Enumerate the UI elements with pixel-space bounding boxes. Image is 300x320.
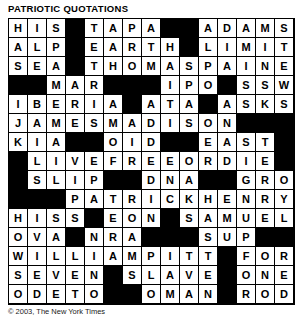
grid-cell-r7c14[interactable]: T [256,133,275,152]
grid-cell-r2c13[interactable]: M [237,38,256,57]
grid-cell-r10c13[interactable]: N [237,190,256,209]
grid-cell-r14c5[interactable]: N [85,266,104,285]
grid-cell-r10c9[interactable]: C [161,190,180,209]
grid-cell-r5c12[interactable]: A [218,95,237,114]
grid-cell-r3c15[interactable]: E [275,57,294,76]
block-cell-r15c6 [104,285,123,304]
grid-cell-r1c12[interactable]: D [218,19,237,38]
grid-cell-r15c9[interactable]: M [161,285,180,304]
grid-cell-r6c1[interactable]: J [9,114,28,133]
grid-cell-r1c5[interactable]: T [85,19,104,38]
grid-cell-r15c10[interactable]: A [180,285,199,304]
grid-cell-r2c11[interactable]: L [199,38,218,57]
grid-cell-r6c2[interactable]: A [28,114,47,133]
grid-cell-r1c6[interactable]: A [104,19,123,38]
block-cell-r12c4 [66,228,85,247]
grid-cell-r8c10[interactable]: O [180,152,199,171]
grid-cell-r2c1[interactable]: A [9,38,28,57]
block-cell-r9c7 [123,171,142,190]
grid-cell-r7c13[interactable]: S [237,133,256,152]
block-cell-r10c3 [47,190,66,209]
grid-cell-r15c8[interactable]: O [142,285,161,304]
block-cell-r10c1 [9,190,28,209]
grid-cell-r8c7[interactable]: R [123,152,142,171]
grid-cell-r2c2[interactable]: L [28,38,47,57]
block-cell-r4c2 [28,76,47,95]
grid-cell-r3c1[interactable]: S [9,57,28,76]
grid-cell-r1c2[interactable]: I [28,19,47,38]
block-cell-r8c15 [275,152,294,171]
grid-cell-r9c14[interactable]: R [256,171,275,190]
grid-cell-r4c10[interactable]: P [180,76,199,95]
grid-cell-r7c8[interactable]: D [142,133,161,152]
block-cell-r7c4 [66,133,85,152]
grid-cell-r1c11[interactable]: A [199,19,218,38]
grid-cell-r3c8[interactable]: M [142,57,161,76]
block-cell-r1c4 [66,19,85,38]
block-cell-r14c6 [104,266,123,285]
grid-cell-r5c6[interactable]: A [104,95,123,114]
grid-cell-r10c11[interactable]: H [199,190,218,209]
grid-cell-r7c2[interactable]: I [28,133,47,152]
grid-cell-r13c14[interactable]: O [256,247,275,266]
grid-cell-r2c7[interactable]: R [123,38,142,57]
grid-cell-r12c6[interactable]: R [104,228,123,247]
block-cell-r12c9 [161,228,180,247]
grid-cell-r11c2[interactable]: I [28,209,47,228]
grid-cell-r10c10[interactable]: K [180,190,199,209]
grid-cell-r6c9[interactable]: I [161,114,180,133]
block-cell-r9c1 [9,171,28,190]
grid-cell-r2c5[interactable]: E [85,38,104,57]
grid-cell-r4c9[interactable]: I [161,76,180,95]
grid-cell-r3c2[interactable]: E [28,57,47,76]
grid-cell-r1c15[interactable]: S [275,19,294,38]
crossword-page: PATRIOTIC QUOTATIONS HISTAPAADAMSALPEART… [0,0,300,320]
grid-cell-r12c7[interactable]: A [123,228,142,247]
grid-cell-r10c5[interactable]: A [85,190,104,209]
grid-cell-r4c11[interactable]: O [199,76,218,95]
grid-cell-r11c10[interactable]: S [180,209,199,228]
grid-cell-r13c2[interactable]: I [28,247,47,266]
copyright-notice: © 2003, The New York Times [8,307,105,316]
grid-cell-r3c11[interactable]: P [199,57,218,76]
grid-cell-r9c10[interactable]: A [180,171,199,190]
grid-cell-r13c10[interactable]: T [180,247,199,266]
grid-cell-r9c13[interactable]: G [237,171,256,190]
grid-cell-r8c4[interactable]: V [66,152,85,171]
grid-cell-r3c5[interactable]: T [85,57,104,76]
grid-cell-r14c4[interactable]: E [66,266,85,285]
grid-cell-r10c4[interactable]: P [66,190,85,209]
grid-cell-r11c3[interactable]: S [47,209,66,228]
grid-cell-r11c13[interactable]: U [237,209,256,228]
grid-cell-r5c8[interactable]: A [142,95,161,114]
grid-cell-r13c9[interactable]: I [161,247,180,266]
grid-cell-r4c5[interactable]: R [85,76,104,95]
block-cell-r7c9 [161,133,180,152]
grid-cell-r10c8[interactable]: I [142,190,161,209]
block-cell-r2c10 [180,38,199,57]
grid-cell-r9c5[interactable]: P [85,171,104,190]
grid-cell-r15c5[interactable]: O [85,285,104,304]
grid-cell-r13c7[interactable]: M [123,247,142,266]
block-cell-r12c8 [142,228,161,247]
grid-cell-r6c12[interactable]: N [218,114,237,133]
grid-cell-r7c1[interactable]: K [9,133,28,152]
grid-cell-r15c14[interactable]: O [256,285,275,304]
block-cell-r7c10 [180,133,199,152]
block-cell-r4c8 [142,76,161,95]
grid-cell-r8c6[interactable]: F [104,152,123,171]
grid-cell-r4c3[interactable]: M [47,76,66,95]
grid-cell-r1c1[interactable]: H [9,19,28,38]
grid-cell-r11c12[interactable]: M [218,209,237,228]
block-cell-r4c1 [9,76,28,95]
grid-cell-r1c14[interactable]: M [256,19,275,38]
block-cell-r9c11 [199,171,218,190]
block-cell-r6c13 [237,114,256,133]
grid-cell-r10c7[interactable]: R [123,190,142,209]
grid-cell-r14c1[interactable]: S [9,266,28,285]
grid-cell-r13c1[interactable]: W [9,247,28,266]
block-cell-r1c10 [180,19,199,38]
grid-cell-r15c3[interactable]: E [47,285,66,304]
grid-cell-r14c11[interactable]: E [199,266,218,285]
block-cell-r7c5 [85,133,104,152]
block-cell-r9c6 [104,171,123,190]
grid-cell-r4c14[interactable]: S [256,76,275,95]
block-cell-r12c15 [275,228,294,247]
grid-cell-r8c11[interactable]: R [199,152,218,171]
grid-cell-r6c6[interactable]: M [104,114,123,133]
grid-cell-r14c9[interactable]: A [161,266,180,285]
grid-cell-r7c6[interactable]: O [104,133,123,152]
grid-cell-r7c7[interactable]: I [123,133,142,152]
grid-cell-r5c4[interactable]: R [66,95,85,114]
block-cell-r5c7 [123,95,142,114]
grid-cell-r10c14[interactable]: R [256,190,275,209]
grid-cell-r5c5[interactable]: I [85,95,104,114]
grid-cell-r6c4[interactable]: E [66,114,85,133]
grid-cell-r9c3[interactable]: L [47,171,66,190]
block-cell-r6c15 [275,114,294,133]
block-cell-r5c11 [199,95,218,114]
grid-cell-r1c13[interactable]: A [237,19,256,38]
grid-cell-r2c8[interactable]: T [142,38,161,57]
block-cell-r2c4 [66,38,85,57]
grid-cell-r12c11[interactable]: S [199,228,218,247]
block-cell-r12c14 [256,228,275,247]
grid-cell-r7c3[interactable]: A [47,133,66,152]
grid-cell-r3c14[interactable]: N [256,57,275,76]
block-cell-r10c2 [28,190,47,209]
grid-cell-r4c4[interactable]: A [66,76,85,95]
grid-cell-r4c15[interactable]: W [275,76,294,95]
grid-cell-r3c13[interactable]: I [237,57,256,76]
grid-cell-r6c8[interactable]: D [142,114,161,133]
grid-cell-r11c8[interactable]: N [142,209,161,228]
grid-cell-r13c5[interactable]: I [85,247,104,266]
grid-cell-r2c15[interactable]: T [275,38,294,57]
grid-cell-r10c6[interactable]: T [104,190,123,209]
grid-cell-r5c9[interactable]: T [161,95,180,114]
grid-cell-r9c2[interactable]: S [28,171,47,190]
grid-cell-r5c2[interactable]: B [28,95,47,114]
grid-cell-r8c5[interactable]: E [85,152,104,171]
block-cell-r4c6 [104,76,123,95]
block-cell-r4c12 [218,76,237,95]
block-cell-r9c12 [218,171,237,190]
grid-cell-r3c7[interactable]: O [123,57,142,76]
grid-cell-r5c15[interactable]: S [275,95,294,114]
grid-cell-r15c11[interactable]: N [199,285,218,304]
grid-cell-r1c8[interactable]: A [142,19,161,38]
grid-cell-r6c3[interactable]: M [47,114,66,133]
grid-cell-r8c8[interactable]: E [142,152,161,171]
grid-cell-r10c15[interactable]: Y [275,190,294,209]
grid-cell-r9c8[interactable]: D [142,171,161,190]
grid-cell-r13c15[interactable]: R [275,247,294,266]
block-cell-r15c12 [218,285,237,304]
grid-cell-r9c9[interactable]: N [161,171,180,190]
block-cell-r6c14 [256,114,275,133]
grid-cell-r5c10[interactable]: A [180,95,199,114]
grid-cell-r1c3[interactable]: S [47,19,66,38]
grid-cell-r5c13[interactable]: S [237,95,256,114]
grid-cell-r8c3[interactable]: I [47,152,66,171]
grid-cell-r13c8[interactable]: P [142,247,161,266]
grid-cell-r14c7[interactable]: S [123,266,142,285]
grid-cell-r15c1[interactable]: O [9,285,28,304]
grid-cell-r12c3[interactable]: A [47,228,66,247]
grid-cell-r8c14[interactable]: E [256,152,275,171]
grid-cell-r2c12[interactable]: I [218,38,237,57]
grid-cell-r3c10[interactable]: S [180,57,199,76]
grid-cell-r7c12[interactable]: A [218,133,237,152]
grid-cell-r3c3[interactable]: A [47,57,66,76]
block-cell-r11c9 [161,209,180,228]
grid-cell-r8c12[interactable]: D [218,152,237,171]
grid-cell-r15c13[interactable]: R [237,285,256,304]
grid-cell-r2c14[interactable]: I [256,38,275,57]
grid-cell-r13c6[interactable]: A [104,247,123,266]
grid-cell-r2c6[interactable]: A [104,38,123,57]
grid-cell-r11c11[interactable]: A [199,209,218,228]
grid-cell-r13c4[interactable]: L [66,247,85,266]
grid-cell-r8c9[interactable]: E [161,152,180,171]
crossword-grid: HISTAPAADAMSALPEARTHLIMITSEATHOMASPAINEM… [8,18,295,305]
grid-cell-r11c7[interactable]: O [123,209,142,228]
grid-cell-r11c14[interactable]: E [256,209,275,228]
grid-cell-r9c4[interactable]: I [66,171,85,190]
grid-cell-r15c4[interactable]: T [66,285,85,304]
grid-cell-r14c2[interactable]: E [28,266,47,285]
grid-cell-r7c11[interactable]: E [199,133,218,152]
grid-cell-r6c11[interactable]: O [199,114,218,133]
grid-cell-r3c12[interactable]: A [218,57,237,76]
grid-cell-r12c5[interactable]: N [85,228,104,247]
grid-cell-r12c2[interactable]: V [28,228,47,247]
grid-cell-r6c7[interactable]: A [123,114,142,133]
grid-cell-r15c15[interactable]: D [275,285,294,304]
block-cell-r14c12 [218,266,237,285]
grid-cell-r8c13[interactable]: I [237,152,256,171]
grid-cell-r11c6[interactable]: E [104,209,123,228]
grid-cell-r3c6[interactable]: H [104,57,123,76]
grid-cell-r11c15[interactable]: L [275,209,294,228]
grid-cell-r9c15[interactable]: O [275,171,294,190]
grid-cell-r13c11[interactable]: T [199,247,218,266]
block-cell-r11c5 [85,209,104,228]
block-cell-r1c9 [161,19,180,38]
grid-cell-r5c3[interactable]: E [47,95,66,114]
grid-cell-r5c14[interactable]: K [256,95,275,114]
grid-cell-r14c3[interactable]: V [47,266,66,285]
block-cell-r12c10 [180,228,199,247]
grid-cell-r4c13[interactable]: S [237,76,256,95]
block-cell-r13c12 [218,247,237,266]
grid-cell-r2c3[interactable]: P [47,38,66,57]
block-cell-r15c7 [123,285,142,304]
grid-cell-r12c12[interactable]: U [218,228,237,247]
grid-cell-r14c13[interactable]: O [237,266,256,285]
grid-cell-r12c13[interactable]: P [237,228,256,247]
grid-cell-r11c1[interactable]: H [9,209,28,228]
grid-cell-r1c7[interactable]: P [123,19,142,38]
grid-cell-r14c8[interactable]: L [142,266,161,285]
grid-cell-r13c13[interactable]: F [237,247,256,266]
grid-cell-r12c1[interactable]: O [9,228,28,247]
block-cell-r4c7 [123,76,142,95]
grid-cell-r3c9[interactable]: A [161,57,180,76]
grid-cell-r2c9[interactable]: H [161,38,180,57]
grid-cell-r6c5[interactable]: S [85,114,104,133]
block-cell-r7c15 [275,133,294,152]
grid-cell-r5c1[interactable]: I [9,95,28,114]
block-cell-r8c1 [9,152,28,171]
grid-cell-r14c10[interactable]: V [180,266,199,285]
grid-cell-r10c12[interactable]: E [218,190,237,209]
grid-cell-r8c2[interactable]: L [28,152,47,171]
grid-cell-r14c14[interactable]: N [256,266,275,285]
grid-cell-r6c10[interactable]: S [180,114,199,133]
grid-cell-r14c15[interactable]: E [275,266,294,285]
grid-cell-r11c4[interactable]: S [66,209,85,228]
puzzle-title: PATRIOTIC QUOTATIONS [8,3,128,14]
grid-cell-r15c2[interactable]: D [28,285,47,304]
grid-cell-r13c3[interactable]: L [47,247,66,266]
block-cell-r3c4 [66,57,85,76]
